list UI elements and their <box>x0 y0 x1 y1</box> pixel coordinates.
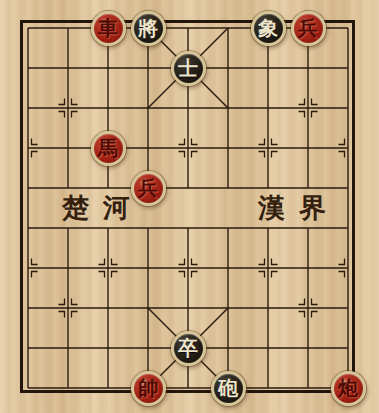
piece-black-cannon[interactable]: 砲 <box>211 371 246 406</box>
piece-red-soldier[interactable]: 兵 <box>291 11 326 46</box>
wood-background: 楚河 漢界 車將象兵士馬兵卒帥砲炮 <box>0 0 379 413</box>
piece-red-horse[interactable]: 馬 <box>91 131 126 166</box>
river-label-han-jie: 漢界 <box>232 190 352 226</box>
piece-black-elephant[interactable]: 象 <box>251 11 286 46</box>
piece-black-general[interactable]: 將 <box>131 11 166 46</box>
piece-black-soldier[interactable]: 卒 <box>171 331 206 366</box>
piece-red-soldier[interactable]: 兵 <box>131 171 166 206</box>
piece-black-advisor[interactable]: 士 <box>171 51 206 86</box>
piece-red-chariot[interactable]: 車 <box>91 11 126 46</box>
piece-red-cannon[interactable]: 炮 <box>331 371 366 406</box>
piece-red-general[interactable]: 帥 <box>131 371 166 406</box>
